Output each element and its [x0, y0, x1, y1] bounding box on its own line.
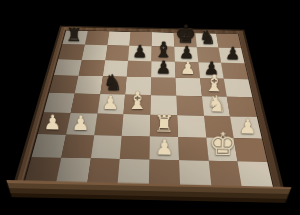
- square-e3[interactable]: ♜: [150, 115, 178, 137]
- square-b5[interactable]: [74, 76, 102, 94]
- board-tilt-layer: ♜♚♞♟♝♟♟♟♟♟♞♝♟♝♞♟♟♜♟♟♚: [0, 0, 300, 215]
- square-f6[interactable]: ♟: [175, 62, 200, 79]
- piece-white-rook-e3[interactable]: ♜: [154, 112, 175, 135]
- piece-black-pawn-d7[interactable]: ♟: [132, 43, 147, 60]
- square-b3[interactable]: ♟: [66, 113, 97, 135]
- square-b7[interactable]: [82, 45, 107, 60]
- square-d2[interactable]: [120, 135, 150, 159]
- square-g4[interactable]: ♞: [202, 96, 231, 116]
- square-a5[interactable]: [49, 75, 78, 93]
- square-c2[interactable]: [90, 135, 121, 159]
- piece-white-pawn-b3[interactable]: ♟: [71, 113, 90, 134]
- square-d3[interactable]: [122, 114, 150, 136]
- piece-white-pawn-a3[interactable]: ♟: [43, 112, 62, 133]
- square-h7[interactable]: ♟: [219, 48, 245, 64]
- piece-black-knight-c5[interactable]: ♞: [103, 71, 123, 93]
- piece-white-bishop-d4[interactable]: ♝: [126, 89, 148, 114]
- piece-white-pawn-h3[interactable]: ♟: [238, 116, 257, 137]
- piece-black-rook-a8[interactable]: ♜: [66, 25, 83, 44]
- square-h6[interactable]: [221, 63, 248, 80]
- piece-white-pawn-e2[interactable]: ♟: [155, 137, 175, 159]
- piece-white-king-g2[interactable]: ♚: [209, 128, 238, 160]
- square-h4[interactable]: [227, 97, 257, 117]
- square-h1[interactable]: [238, 162, 274, 189]
- square-a6[interactable]: [54, 59, 82, 76]
- square-e5[interactable]: [151, 77, 176, 95]
- square-a1[interactable]: [24, 157, 61, 184]
- square-d7[interactable]: ♟: [128, 46, 152, 61]
- square-a7[interactable]: [58, 44, 84, 59]
- square-e1[interactable]: [149, 160, 180, 187]
- square-e2[interactable]: ♟: [149, 136, 178, 160]
- chess-board: ♜♚♞♟♝♟♟♟♟♟♞♝♟♝♞♟♟♜♟♟♚: [24, 31, 273, 189]
- square-g1[interactable]: [208, 161, 242, 188]
- square-b1[interactable]: [55, 158, 90, 185]
- square-f1[interactable]: [179, 160, 211, 187]
- square-c1[interactable]: [87, 159, 120, 186]
- square-f5[interactable]: [175, 78, 201, 96]
- square-c4[interactable]: ♟: [97, 94, 125, 114]
- piece-black-pawn-e6[interactable]: ♟: [155, 59, 171, 77]
- piece-black-pawn-h7[interactable]: ♟: [225, 45, 240, 62]
- board-wooden-frame: ♜♚♞♟♝♟♟♟♟♟♞♝♟♝♞♟♟♜♟♟♚: [11, 26, 287, 199]
- square-f3[interactable]: [177, 115, 206, 137]
- square-c8[interactable]: [107, 31, 130, 45]
- square-c7[interactable]: [105, 45, 130, 60]
- square-f4[interactable]: [176, 96, 203, 116]
- square-e6[interactable]: ♟: [151, 61, 175, 78]
- square-d6[interactable]: [127, 61, 152, 78]
- board-plane: ♜♚♞♟♝♟♟♟♟♟♞♝♟♝♞♟♟♜♟♟♚: [11, 26, 287, 199]
- piece-white-knight-g4[interactable]: ♞: [207, 92, 228, 115]
- square-b2[interactable]: [61, 134, 94, 158]
- square-f2[interactable]: [178, 137, 208, 161]
- piece-black-knight-g8[interactable]: ♞: [199, 27, 216, 46]
- square-b6[interactable]: [78, 60, 105, 77]
- square-d1[interactable]: [118, 159, 150, 186]
- square-b8[interactable]: [85, 31, 109, 45]
- piece-white-pawn-f6[interactable]: ♟: [180, 59, 196, 77]
- piece-white-pawn-c4[interactable]: ♟: [102, 93, 120, 113]
- square-h5[interactable]: [224, 79, 252, 97]
- square-c3[interactable]: [94, 113, 124, 135]
- square-a8[interactable]: ♜: [62, 31, 87, 45]
- square-h2[interactable]: [234, 138, 267, 162]
- chess-app-viewport: ♜♚♞♟♝♟♟♟♟♟♞♝♟♝♞♟♟♜♟♟♚: [0, 0, 300, 215]
- square-g8[interactable]: ♞: [195, 33, 219, 47]
- square-g2[interactable]: ♚: [206, 137, 238, 161]
- square-d4[interactable]: ♝: [124, 95, 151, 115]
